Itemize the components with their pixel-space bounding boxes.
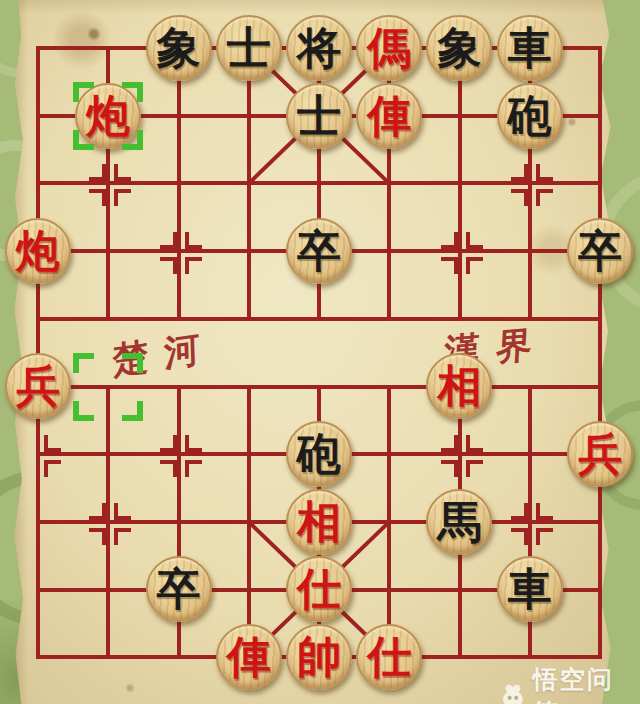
watermark-text: 悟空问答 xyxy=(533,663,640,704)
piece-glyph: 俥 xyxy=(367,94,411,138)
piece-red-soldier[interactable]: 兵 xyxy=(567,421,633,487)
piece-black-general[interactable]: 将 xyxy=(286,15,352,81)
piece-glyph: 象 xyxy=(437,26,481,70)
piece-glyph: 俥 xyxy=(227,635,271,679)
piece-red-cannon[interactable]: 炮 xyxy=(5,218,71,284)
piece-black-cannon[interactable]: 砲 xyxy=(497,83,563,149)
piece-glyph: 馬 xyxy=(437,500,481,544)
piece-red-advisor[interactable]: 仕 xyxy=(286,556,352,622)
piece-glyph: 兵 xyxy=(16,364,60,408)
piece-black-chariot[interactable]: 車 xyxy=(497,15,563,81)
piece-black-soldier[interactable]: 卒 xyxy=(146,556,212,622)
piece-black-elephant[interactable]: 象 xyxy=(426,15,492,81)
piece-red-elephant[interactable]: 相 xyxy=(286,489,352,555)
xiangqi-app-screen: 楚河 漢界 象士将傌象車炮士俥砲炮卒卒兵相砲兵相馬卒仕車俥帥仕 悟空问答 xyxy=(0,0,640,704)
piece-glyph: 仕 xyxy=(367,635,411,679)
piece-glyph: 車 xyxy=(508,26,552,70)
piece-glyph: 相 xyxy=(297,500,341,544)
piece-black-advisor[interactable]: 士 xyxy=(216,15,282,81)
piece-glyph: 士 xyxy=(227,26,271,70)
piece-glyph: 炮 xyxy=(16,229,60,273)
piece-black-chariot[interactable]: 車 xyxy=(497,556,563,622)
piece-black-soldier[interactable]: 卒 xyxy=(567,218,633,284)
piece-red-advisor[interactable]: 仕 xyxy=(356,624,422,690)
piece-glyph: 卒 xyxy=(578,229,622,273)
piece-glyph: 卒 xyxy=(297,229,341,273)
watermark: 悟空问答 xyxy=(498,663,640,704)
piece-glyph: 兵 xyxy=(578,432,622,476)
piece-black-horse[interactable]: 馬 xyxy=(426,489,492,555)
piece-black-elephant[interactable]: 象 xyxy=(146,15,212,81)
piece-glyph: 帥 xyxy=(297,635,341,679)
piece-black-cannon[interactable]: 砲 xyxy=(286,421,352,487)
piece-glyph: 仕 xyxy=(297,567,341,611)
piece-glyph: 車 xyxy=(508,567,552,611)
piece-glyph: 卒 xyxy=(157,567,201,611)
piece-black-soldier[interactable]: 卒 xyxy=(286,218,352,284)
piece-glyph: 士 xyxy=(297,94,341,138)
piece-red-elephant[interactable]: 相 xyxy=(426,353,492,419)
piece-red-soldier[interactable]: 兵 xyxy=(5,353,71,419)
piece-glyph: 将 xyxy=(297,26,341,70)
piece-red-chariot[interactable]: 俥 xyxy=(356,83,422,149)
piece-glyph: 相 xyxy=(437,364,481,408)
piece-red-king[interactable]: 帥 xyxy=(286,624,352,690)
board-grid: 象士将傌象車炮士俥砲炮卒卒兵相砲兵相馬卒仕車俥帥仕 xyxy=(3,14,635,691)
piece-glyph: 象 xyxy=(157,26,201,70)
piece-glyph: 砲 xyxy=(297,432,341,476)
piece-glyph: 砲 xyxy=(508,94,552,138)
piece-glyph: 炮 xyxy=(86,94,130,138)
piece-red-cannon-selected[interactable]: 炮 xyxy=(75,83,141,149)
piece-red-horse[interactable]: 傌 xyxy=(356,15,422,81)
wukong-monkey-logo-icon xyxy=(498,681,528,704)
piece-glyph: 傌 xyxy=(367,26,411,70)
piece-red-chariot[interactable]: 俥 xyxy=(216,624,282,690)
piece-black-advisor[interactable]: 士 xyxy=(286,83,352,149)
